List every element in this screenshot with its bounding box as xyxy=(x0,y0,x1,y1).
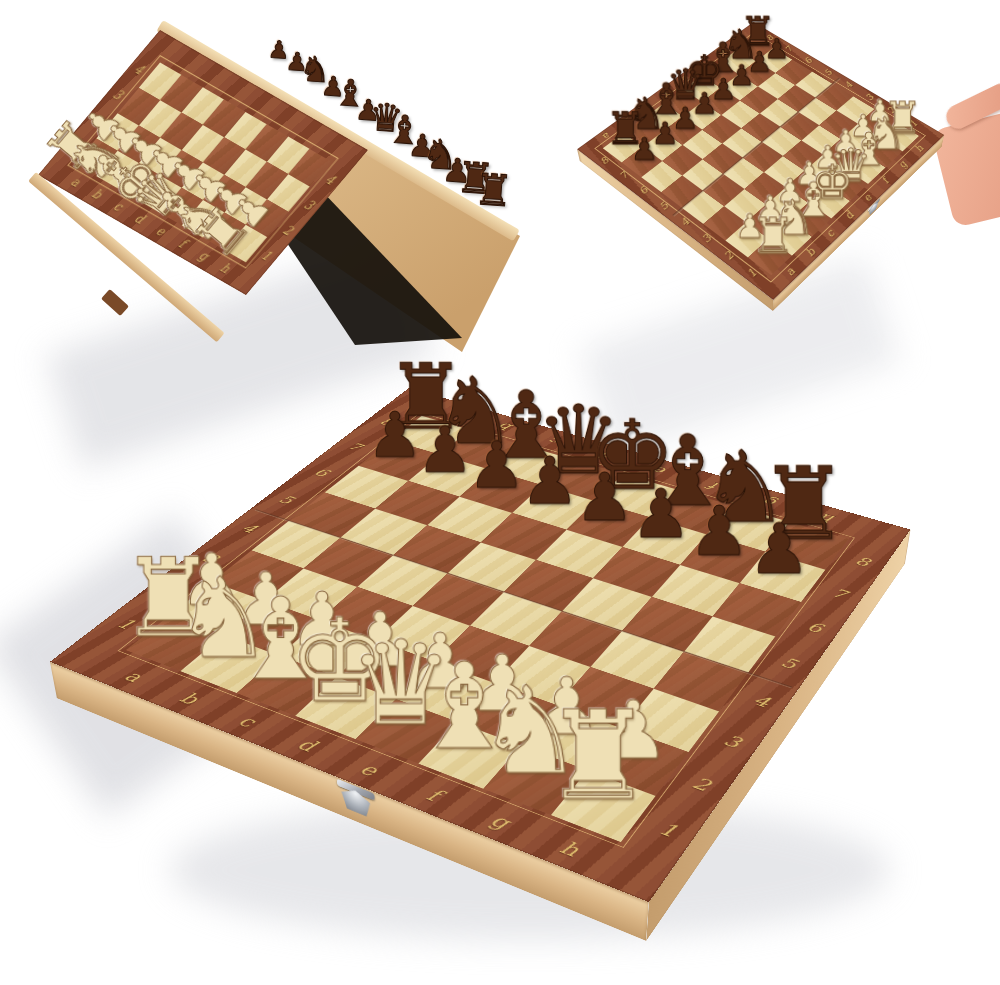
coordinate-label-2: 2 xyxy=(280,222,297,238)
coordinate-label-1: 1 xyxy=(744,267,760,280)
coordinate-label-h: h xyxy=(556,837,584,860)
coordinate-label-8: 8 xyxy=(598,156,612,167)
coordinate-label-g: g xyxy=(486,810,514,832)
piece-black-pawn-h7: ♟ xyxy=(748,514,810,583)
piece-black-pawn-d7: ♟ xyxy=(521,448,579,513)
coordinate-label-a: a xyxy=(120,667,147,685)
piece-black-pawn-f7: ♟ xyxy=(631,480,691,547)
coordinate-label-4: 4 xyxy=(750,692,774,711)
coordinate-label-c: c xyxy=(234,712,261,731)
coordinate-label-e: e xyxy=(860,192,875,203)
piece-white-rook-h1: ♜ xyxy=(543,694,653,817)
coordinate-label-7: 7 xyxy=(617,170,631,181)
coordinate-label-b: b xyxy=(176,689,204,708)
coordinate-label-3: 3 xyxy=(301,197,318,213)
coordinate-label-2: 2 xyxy=(721,249,737,262)
coordinate-label-e: e xyxy=(356,759,383,779)
coordinate-label-7: 7 xyxy=(344,441,366,453)
coordinate-label-4: 4 xyxy=(131,61,148,77)
piece-black-pawn-a7: ♟ xyxy=(631,134,658,165)
coordinate-label-3: 3 xyxy=(699,233,715,245)
coordinate-label-7: 7 xyxy=(829,586,850,602)
coordinate-label-2: 2 xyxy=(688,774,714,795)
product-photo-scene: abcdefgh44332211♟♟♟♟♟♟♟♟♜♞♝♚♛♝♞♜ ♟♟♞♟♝♟♛… xyxy=(0,0,1000,985)
coordinate-label-4: 4 xyxy=(842,81,856,90)
coordinate-label-6: 6 xyxy=(802,57,815,66)
piece-black-pawn-g7: ♟ xyxy=(689,497,750,565)
coordinate-label-3: 3 xyxy=(720,732,745,752)
coordinate-label-f: f xyxy=(879,176,892,185)
coordinate-label-f: f xyxy=(422,785,445,804)
coordinate-label-4: 4 xyxy=(322,172,339,188)
piece-black-pawn-b7: ♟ xyxy=(417,418,474,481)
coordinate-label-5: 5 xyxy=(821,68,835,77)
coordinate-label-1: 1 xyxy=(655,819,682,842)
coordinate-label-1: 1 xyxy=(258,248,275,264)
folded-board-stand-foot xyxy=(101,289,129,316)
coordinate-label-a: a xyxy=(782,265,798,278)
coordinate-label-4: 4 xyxy=(237,521,261,535)
piece-black-pawn-e7: ♟ xyxy=(575,464,634,530)
coordinate-label-3: 3 xyxy=(110,87,127,103)
ridge-dark-rook-13: ♜ xyxy=(473,168,514,214)
coordinate-label-c: c xyxy=(823,228,838,240)
coordinate-label-d: d xyxy=(293,735,321,755)
piece-black-pawn-a7: ♟ xyxy=(367,404,423,466)
coordinate-label-6: 6 xyxy=(310,466,332,479)
coordinate-label-5: 5 xyxy=(275,493,298,506)
coordinate-label-8: 8 xyxy=(852,554,873,569)
coordinate-label-5: 5 xyxy=(657,200,672,212)
piece-white-rook-a1: ♜ xyxy=(752,212,796,261)
coordinate-label-4: 4 xyxy=(677,216,692,228)
piece-black-pawn-c7: ♟ xyxy=(468,433,526,497)
held-open-board: aabbccddeeffgghh8877665544332211♜♞♝♛♚♝♞♜… xyxy=(577,22,944,300)
coordinate-label-6: 6 xyxy=(636,185,651,196)
coordinate-label-5: 5 xyxy=(778,654,801,672)
coordinate-label-6: 6 xyxy=(804,619,826,636)
